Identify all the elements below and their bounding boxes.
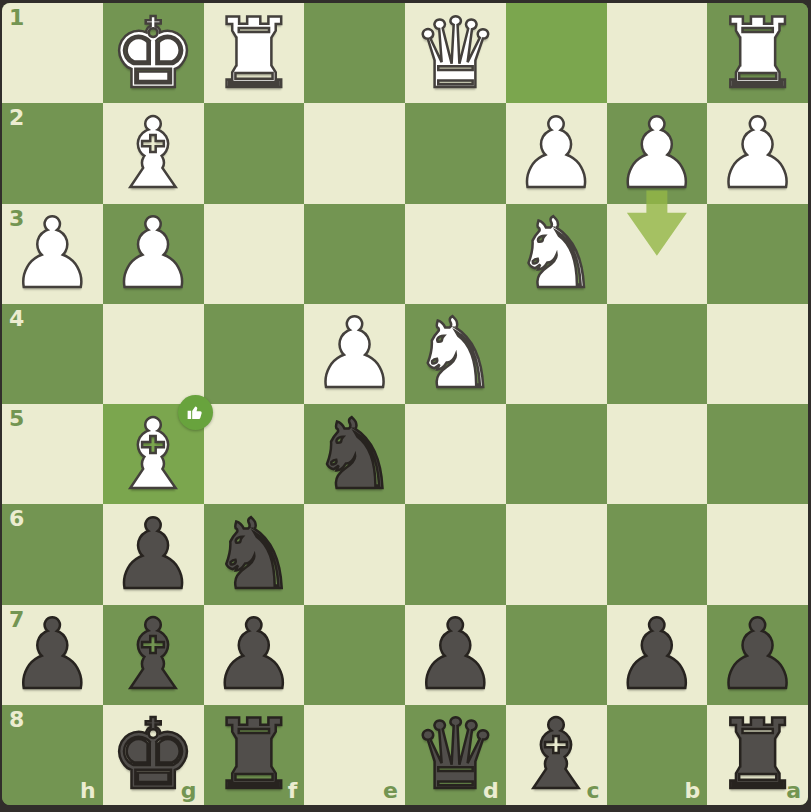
square-b1[interactable] bbox=[607, 3, 708, 103]
square-b5[interactable] bbox=[607, 404, 708, 504]
square-h2[interactable]: 2 bbox=[2, 103, 103, 203]
square-e2[interactable] bbox=[304, 103, 405, 203]
black-bishop-g7[interactable]: ♝ bbox=[103, 605, 204, 705]
square-e7[interactable] bbox=[304, 605, 405, 705]
square-d3[interactable] bbox=[405, 204, 506, 304]
excellent-move-badge bbox=[178, 395, 213, 430]
chess-app-page: 12345678hgfedcba♚♜♛♜♝♟♟♟♟♟♞♟♞♝♞♟♞♟♝♟♟♟♟♚… bbox=[0, 0, 811, 812]
file-label-b: b bbox=[685, 780, 701, 802]
square-a3[interactable] bbox=[707, 204, 808, 304]
square-d5[interactable] bbox=[405, 404, 506, 504]
white-king-g1[interactable]: ♚ bbox=[103, 3, 204, 103]
square-a6[interactable] bbox=[707, 504, 808, 604]
square-h5[interactable]: 5 bbox=[2, 404, 103, 504]
black-queen-d8[interactable]: ♛ bbox=[405, 705, 506, 805]
white-pawn-a2[interactable]: ♟ bbox=[707, 103, 808, 203]
rank-label-5: 5 bbox=[9, 408, 24, 430]
rank-label-6: 6 bbox=[9, 508, 24, 530]
file-label-h: h bbox=[80, 780, 96, 802]
white-pawn-e4[interactable]: ♟ bbox=[304, 304, 405, 404]
white-knight-d4[interactable]: ♞ bbox=[405, 304, 506, 404]
thumbs-up-icon bbox=[185, 402, 206, 423]
black-pawn-f7[interactable]: ♟ bbox=[204, 605, 305, 705]
square-g4[interactable] bbox=[103, 304, 204, 404]
black-pawn-d7[interactable]: ♟ bbox=[405, 605, 506, 705]
black-pawn-g6[interactable]: ♟ bbox=[103, 504, 204, 604]
black-bishop-c8[interactable]: ♝ bbox=[506, 705, 607, 805]
square-b4[interactable] bbox=[607, 304, 708, 404]
rank-label-8: 8 bbox=[9, 709, 24, 731]
square-h4[interactable]: 4 bbox=[2, 304, 103, 404]
square-b3[interactable] bbox=[607, 204, 708, 304]
square-f3[interactable] bbox=[204, 204, 305, 304]
square-c1[interactable] bbox=[506, 3, 607, 103]
white-rook-f1[interactable]: ♜ bbox=[204, 3, 305, 103]
black-king-g8[interactable]: ♚ bbox=[103, 705, 204, 805]
rank-label-1: 1 bbox=[9, 7, 24, 29]
square-e1[interactable] bbox=[304, 3, 405, 103]
white-bishop-g2[interactable]: ♝ bbox=[103, 103, 204, 203]
square-c6[interactable] bbox=[506, 504, 607, 604]
square-h1[interactable]: 1 bbox=[2, 3, 103, 103]
square-e6[interactable] bbox=[304, 504, 405, 604]
black-pawn-b7[interactable]: ♟ bbox=[607, 605, 708, 705]
square-f4[interactable] bbox=[204, 304, 305, 404]
white-pawn-b2[interactable]: ♟ bbox=[607, 103, 708, 203]
square-b6[interactable] bbox=[607, 504, 708, 604]
square-h8[interactable]: 8h bbox=[2, 705, 103, 805]
black-pawn-a7[interactable]: ♟ bbox=[707, 605, 808, 705]
square-a5[interactable] bbox=[707, 404, 808, 504]
square-c5[interactable] bbox=[506, 404, 607, 504]
white-queen-d1[interactable]: ♛ bbox=[405, 3, 506, 103]
black-knight-e5[interactable]: ♞ bbox=[304, 404, 405, 504]
rank-label-2: 2 bbox=[9, 107, 24, 129]
rank-label-4: 4 bbox=[9, 308, 24, 330]
black-pawn-h7[interactable]: ♟ bbox=[2, 605, 103, 705]
square-c7[interactable] bbox=[506, 605, 607, 705]
black-rook-a8[interactable]: ♜ bbox=[707, 705, 808, 805]
square-a4[interactable] bbox=[707, 304, 808, 404]
square-f5[interactable] bbox=[204, 404, 305, 504]
chess-board[interactable]: 12345678hgfedcba♚♜♛♜♝♟♟♟♟♟♞♟♞♝♞♟♞♟♝♟♟♟♟♚… bbox=[2, 3, 808, 805]
square-e3[interactable] bbox=[304, 204, 405, 304]
square-h6[interactable]: 6 bbox=[2, 504, 103, 604]
white-pawn-c2[interactable]: ♟ bbox=[506, 103, 607, 203]
square-f2[interactable] bbox=[204, 103, 305, 203]
square-d6[interactable] bbox=[405, 504, 506, 604]
white-pawn-h3[interactable]: ♟ bbox=[2, 204, 103, 304]
square-d2[interactable] bbox=[405, 103, 506, 203]
black-knight-f6[interactable]: ♞ bbox=[204, 504, 305, 604]
black-rook-f8[interactable]: ♜ bbox=[204, 705, 305, 805]
square-c4[interactable] bbox=[506, 304, 607, 404]
white-rook-a1[interactable]: ♜ bbox=[707, 3, 808, 103]
file-label-e: e bbox=[383, 780, 398, 802]
white-pawn-g3[interactable]: ♟ bbox=[103, 204, 204, 304]
square-b8[interactable]: b bbox=[607, 705, 708, 805]
square-e8[interactable]: e bbox=[304, 705, 405, 805]
white-knight-c3[interactable]: ♞ bbox=[506, 204, 607, 304]
